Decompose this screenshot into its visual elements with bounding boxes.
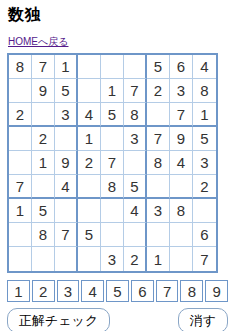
sudoku-page: 数独 HOMEへ戻る 87156495172382345871213795192… bbox=[0, 0, 233, 331]
page-title: 数独 bbox=[8, 5, 233, 26]
sudoku-cell-r5c2: 1 bbox=[32, 151, 55, 175]
check-answer-button[interactable]: 正解チェック bbox=[7, 308, 110, 331]
sudoku-cell-r2c5: 1 bbox=[101, 79, 124, 103]
digit-palette: 123456789 bbox=[7, 280, 228, 302]
sudoku-cell-r6c4[interactable] bbox=[78, 175, 101, 199]
sudoku-cell-r9c1[interactable] bbox=[9, 247, 32, 271]
sudoku-cell-r3c3: 3 bbox=[55, 103, 78, 127]
palette-digit-4[interactable]: 4 bbox=[81, 280, 104, 302]
sudoku-cell-r8c1[interactable] bbox=[9, 223, 32, 247]
palette-digit-9[interactable]: 9 bbox=[205, 280, 228, 302]
erase-button[interactable]: 消す bbox=[178, 308, 228, 331]
sudoku-cell-r2c6: 7 bbox=[124, 79, 147, 103]
sudoku-cell-r7c8: 8 bbox=[170, 199, 193, 223]
sudoku-cell-r1c2: 7 bbox=[32, 55, 55, 79]
sudoku-cell-r5c5: 7 bbox=[101, 151, 124, 175]
sudoku-cell-r8c2: 8 bbox=[32, 223, 55, 247]
sudoku-cell-r1c8: 6 bbox=[170, 55, 193, 79]
sudoku-cell-r1c1: 8 bbox=[9, 55, 32, 79]
sudoku-cell-r6c3: 4 bbox=[55, 175, 78, 199]
sudoku-cell-r7c3[interactable] bbox=[55, 199, 78, 223]
sudoku-cell-r6c9: 2 bbox=[193, 175, 216, 199]
palette-digit-3[interactable]: 3 bbox=[57, 280, 80, 302]
sudoku-cell-r9c2[interactable] bbox=[32, 247, 55, 271]
sudoku-cell-r3c1: 2 bbox=[9, 103, 32, 127]
sudoku-cell-r4c7: 7 bbox=[147, 127, 170, 151]
sudoku-cell-r1c4[interactable] bbox=[78, 55, 101, 79]
sudoku-cell-r3c7[interactable] bbox=[147, 103, 170, 127]
sudoku-cell-r2c4[interactable] bbox=[78, 79, 101, 103]
sudoku-cell-r3c6: 8 bbox=[124, 103, 147, 127]
sudoku-cell-r2c1[interactable] bbox=[9, 79, 32, 103]
sudoku-cell-r7c6: 4 bbox=[124, 199, 147, 223]
sudoku-cell-r4c4: 1 bbox=[78, 127, 101, 151]
sudoku-cell-r5c3: 9 bbox=[55, 151, 78, 175]
sudoku-cell-r9c9: 7 bbox=[193, 247, 216, 271]
sudoku-cell-r2c9: 8 bbox=[193, 79, 216, 103]
sudoku-cell-r8c8[interactable] bbox=[170, 223, 193, 247]
sudoku-cell-r5c8: 4 bbox=[170, 151, 193, 175]
sudoku-cell-r1c6[interactable] bbox=[124, 55, 147, 79]
sudoku-cell-r6c5: 8 bbox=[101, 175, 124, 199]
palette-digit-7[interactable]: 7 bbox=[156, 280, 179, 302]
sudoku-cell-r8c7[interactable] bbox=[147, 223, 170, 247]
sudoku-cell-r4c9: 5 bbox=[193, 127, 216, 151]
sudoku-cell-r3c9: 1 bbox=[193, 103, 216, 127]
sudoku-cell-r7c1: 1 bbox=[9, 199, 32, 223]
sudoku-cell-r2c8: 3 bbox=[170, 79, 193, 103]
sudoku-cell-r7c7: 3 bbox=[147, 199, 170, 223]
sudoku-cell-r1c5[interactable] bbox=[101, 55, 124, 79]
sudoku-board: 8715649517238234587121379519278437485215… bbox=[7, 53, 218, 273]
palette-digit-6[interactable]: 6 bbox=[131, 280, 154, 302]
sudoku-cell-r1c9: 4 bbox=[193, 55, 216, 79]
sudoku-cell-r7c4[interactable] bbox=[78, 199, 101, 223]
sudoku-cell-r6c2[interactable] bbox=[32, 175, 55, 199]
sudoku-cell-r2c2: 9 bbox=[32, 79, 55, 103]
sudoku-cell-r8c5[interactable] bbox=[101, 223, 124, 247]
sudoku-cell-r4c5[interactable] bbox=[101, 127, 124, 151]
sudoku-cell-r9c7: 1 bbox=[147, 247, 170, 271]
sudoku-cell-r3c2[interactable] bbox=[32, 103, 55, 127]
sudoku-cell-r5c9: 3 bbox=[193, 151, 216, 175]
sudoku-cell-r2c7: 2 bbox=[147, 79, 170, 103]
sudoku-cell-r8c3: 7 bbox=[55, 223, 78, 247]
sudoku-cell-r4c1[interactable] bbox=[9, 127, 32, 151]
sudoku-cell-r4c6: 3 bbox=[124, 127, 147, 151]
sudoku-cell-r5c4: 2 bbox=[78, 151, 101, 175]
sudoku-cell-r7c9[interactable] bbox=[193, 199, 216, 223]
palette-digit-8[interactable]: 8 bbox=[180, 280, 203, 302]
sudoku-cell-r9c3[interactable] bbox=[55, 247, 78, 271]
sudoku-cell-r9c4[interactable] bbox=[78, 247, 101, 271]
home-link[interactable]: HOMEへ戻る bbox=[8, 35, 68, 49]
sudoku-cell-r4c3[interactable] bbox=[55, 127, 78, 151]
sudoku-cell-r3c5: 5 bbox=[101, 103, 124, 127]
sudoku-cell-r5c6[interactable] bbox=[124, 151, 147, 175]
sudoku-cell-r8c6[interactable] bbox=[124, 223, 147, 247]
button-row: 正解チェック 消す bbox=[7, 308, 228, 331]
sudoku-cell-r9c5: 3 bbox=[101, 247, 124, 271]
sudoku-cell-r9c6: 2 bbox=[124, 247, 147, 271]
sudoku-cell-r6c6: 5 bbox=[124, 175, 147, 199]
sudoku-cell-r3c4: 4 bbox=[78, 103, 101, 127]
sudoku-cell-r7c5[interactable] bbox=[101, 199, 124, 223]
palette-digit-1[interactable]: 1 bbox=[7, 280, 30, 302]
sudoku-cell-r8c4: 5 bbox=[78, 223, 101, 247]
sudoku-cell-r6c1: 7 bbox=[9, 175, 32, 199]
sudoku-cell-r1c3: 1 bbox=[55, 55, 78, 79]
sudoku-cell-r3c8: 7 bbox=[170, 103, 193, 127]
sudoku-cell-r9c8[interactable] bbox=[170, 247, 193, 271]
sudoku-cell-r4c8: 9 bbox=[170, 127, 193, 151]
sudoku-cell-r7c2: 5 bbox=[32, 199, 55, 223]
sudoku-cell-r4c2: 2 bbox=[32, 127, 55, 151]
palette-digit-2[interactable]: 2 bbox=[32, 280, 55, 302]
sudoku-cell-r8c9: 6 bbox=[193, 223, 216, 247]
sudoku-cell-r2c3: 5 bbox=[55, 79, 78, 103]
sudoku-cell-r5c1[interactable] bbox=[9, 151, 32, 175]
palette-digit-5[interactable]: 5 bbox=[106, 280, 129, 302]
sudoku-cell-r1c7: 5 bbox=[147, 55, 170, 79]
sudoku-cell-r5c7: 8 bbox=[147, 151, 170, 175]
sudoku-cell-r6c8[interactable] bbox=[170, 175, 193, 199]
sudoku-cell-r6c7[interactable] bbox=[147, 175, 170, 199]
